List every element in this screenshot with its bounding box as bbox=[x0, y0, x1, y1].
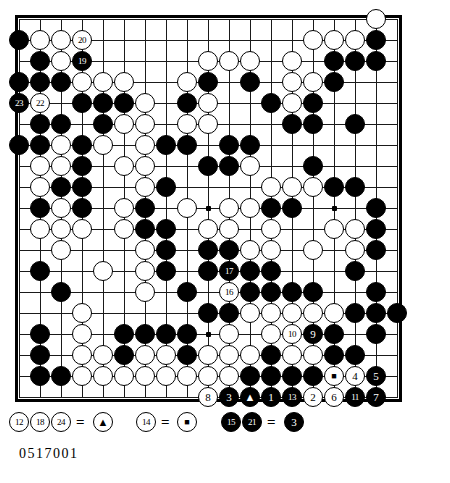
black-stone bbox=[51, 72, 71, 92]
white-stone-10: 10 bbox=[282, 324, 302, 344]
move-number: 17 bbox=[225, 266, 233, 275]
black-stone bbox=[324, 177, 344, 197]
star-point bbox=[206, 332, 211, 337]
black-stone bbox=[240, 72, 260, 92]
grid-hline bbox=[19, 292, 398, 293]
black-stone bbox=[9, 135, 29, 155]
white-stone bbox=[345, 240, 365, 260]
white-stone bbox=[30, 177, 50, 197]
white-stone bbox=[240, 156, 260, 176]
black-stone-11: 11 bbox=[345, 387, 365, 407]
white-stone bbox=[72, 366, 92, 386]
diagram-caption: 0517001 bbox=[19, 446, 79, 462]
black-stone bbox=[156, 261, 176, 281]
black-stone bbox=[324, 345, 344, 365]
black-stone bbox=[30, 366, 50, 386]
black-stone bbox=[303, 156, 323, 176]
black-stone bbox=[240, 282, 260, 302]
white-stone-16: 16 bbox=[219, 282, 239, 302]
move-number: 3 bbox=[226, 391, 232, 402]
white-stone bbox=[261, 303, 281, 323]
black-stone bbox=[261, 345, 281, 365]
white-stone bbox=[51, 135, 71, 155]
black-stone-1: 1 bbox=[261, 387, 281, 407]
white-stone bbox=[240, 240, 260, 260]
white-stone bbox=[282, 72, 302, 92]
triangle-mark: ▲ bbox=[98, 417, 109, 428]
black-stone bbox=[261, 282, 281, 302]
white-stone bbox=[135, 177, 155, 197]
white-stone bbox=[177, 114, 197, 134]
black-stone bbox=[30, 51, 50, 71]
black-stone bbox=[198, 240, 218, 260]
white-stone bbox=[261, 219, 281, 239]
black-stone bbox=[345, 177, 365, 197]
move-number: 15 bbox=[227, 417, 235, 426]
white-stone bbox=[345, 219, 365, 239]
black-stone bbox=[282, 282, 302, 302]
black-stone bbox=[72, 156, 92, 176]
black-stone bbox=[240, 261, 260, 281]
black-stone bbox=[324, 324, 344, 344]
white-stone bbox=[303, 72, 323, 92]
white-stone bbox=[135, 366, 155, 386]
black-stone bbox=[114, 324, 134, 344]
grid-vline bbox=[397, 19, 398, 398]
black-stone bbox=[72, 135, 92, 155]
black-stone bbox=[324, 72, 344, 92]
white-stone bbox=[72, 324, 92, 344]
white-stone bbox=[324, 219, 344, 239]
black-stone bbox=[72, 198, 92, 218]
white-stone bbox=[198, 366, 218, 386]
black-stone bbox=[114, 93, 134, 113]
white-stone bbox=[282, 303, 302, 323]
move-number: 21 bbox=[248, 417, 256, 426]
white-stone bbox=[156, 366, 176, 386]
white-stone bbox=[303, 177, 323, 197]
black-stone bbox=[219, 303, 239, 323]
white-stone bbox=[51, 219, 71, 239]
white-stone bbox=[303, 303, 323, 323]
move-annotations: 121824=▲14=■1521=3 bbox=[0, 412, 450, 434]
white-stone bbox=[177, 72, 197, 92]
black-stone bbox=[51, 282, 71, 302]
black-stone bbox=[30, 198, 50, 218]
move-number: 16 bbox=[225, 287, 233, 296]
black-stone bbox=[156, 135, 176, 155]
black-stone-13: 13 bbox=[282, 387, 302, 407]
white-stone bbox=[114, 198, 134, 218]
black-stone bbox=[135, 324, 155, 344]
black-stone-9: 9 bbox=[303, 324, 323, 344]
black-stone bbox=[261, 93, 281, 113]
white-stone bbox=[303, 240, 323, 260]
move-number: 2 bbox=[310, 391, 316, 402]
black-stone bbox=[324, 51, 344, 71]
white-stone bbox=[135, 345, 155, 365]
black-stone bbox=[219, 135, 239, 155]
white-stone-square-marked: ■ bbox=[177, 412, 197, 432]
move-number: 24 bbox=[57, 417, 65, 426]
white-stone bbox=[177, 366, 197, 386]
move-number: 6 bbox=[331, 391, 337, 402]
white-stone bbox=[114, 114, 134, 134]
white-stone bbox=[72, 219, 92, 239]
white-stone bbox=[198, 219, 218, 239]
black-stone bbox=[261, 261, 281, 281]
white-stone bbox=[219, 219, 239, 239]
black-stone bbox=[303, 282, 323, 302]
black-stone bbox=[366, 30, 386, 50]
move-number: 18 bbox=[36, 417, 44, 426]
white-stone-12: 12 bbox=[9, 412, 29, 432]
star-point bbox=[206, 206, 211, 211]
go-board: 201923221716109■4583▲11326117 bbox=[9, 9, 411, 411]
white-stone bbox=[72, 72, 92, 92]
black-stone bbox=[387, 303, 407, 323]
move-number: 19 bbox=[78, 56, 86, 65]
white-stone bbox=[93, 366, 113, 386]
white-stone-square-marked: ■ bbox=[324, 366, 344, 386]
white-stone bbox=[198, 93, 218, 113]
equals-sign: = bbox=[267, 414, 276, 431]
black-stone bbox=[198, 303, 218, 323]
star-point bbox=[332, 206, 337, 211]
move-number: 10 bbox=[288, 329, 296, 338]
black-stone bbox=[303, 114, 323, 134]
white-stone bbox=[93, 135, 113, 155]
white-stone bbox=[198, 51, 218, 71]
black-stone-3: 3 bbox=[219, 387, 239, 407]
white-stone bbox=[198, 114, 218, 134]
black-stone bbox=[366, 324, 386, 344]
black-stone bbox=[156, 240, 176, 260]
white-stone bbox=[72, 345, 92, 365]
white-stone bbox=[135, 240, 155, 260]
white-stone bbox=[156, 345, 176, 365]
black-stone bbox=[345, 345, 365, 365]
move-number: 9 bbox=[310, 328, 316, 339]
black-stone bbox=[282, 114, 302, 134]
black-stone-triangle-marked: ▲ bbox=[240, 387, 260, 407]
white-stone bbox=[240, 51, 260, 71]
black-stone bbox=[345, 114, 365, 134]
move-number: 8 bbox=[205, 391, 211, 402]
triangle-mark: ▲ bbox=[245, 392, 256, 403]
equals-sign: = bbox=[76, 414, 85, 431]
white-stone-4: 4 bbox=[345, 366, 365, 386]
move-number: 20 bbox=[78, 35, 86, 44]
white-stone bbox=[198, 345, 218, 365]
white-stone bbox=[240, 303, 260, 323]
move-number: 4 bbox=[352, 370, 358, 381]
move-number: 12 bbox=[15, 417, 23, 426]
white-stone bbox=[51, 51, 71, 71]
white-stone bbox=[303, 345, 323, 365]
black-stone bbox=[9, 72, 29, 92]
black-stone bbox=[156, 219, 176, 239]
black-stone bbox=[366, 240, 386, 260]
white-stone bbox=[51, 156, 71, 176]
black-stone bbox=[261, 198, 281, 218]
black-stone bbox=[177, 345, 197, 365]
white-stone-triangle-marked: ▲ bbox=[93, 412, 113, 432]
black-stone bbox=[366, 303, 386, 323]
black-stone bbox=[303, 366, 323, 386]
white-stone bbox=[72, 303, 92, 323]
white-stone bbox=[219, 51, 239, 71]
white-stone bbox=[345, 30, 365, 50]
white-stone-20: 20 bbox=[72, 30, 92, 50]
black-stone bbox=[345, 261, 365, 281]
black-stone bbox=[240, 135, 260, 155]
black-stone-5: 5 bbox=[366, 366, 386, 386]
black-stone bbox=[345, 51, 365, 71]
move-number: 1 bbox=[268, 391, 274, 402]
black-stone bbox=[366, 51, 386, 71]
white-stone bbox=[282, 51, 302, 71]
black-stone bbox=[366, 198, 386, 218]
move-number: 5 bbox=[373, 370, 379, 381]
move-number: 22 bbox=[36, 98, 44, 107]
white-stone bbox=[135, 114, 155, 134]
black-stone bbox=[198, 261, 218, 281]
move-number: 3 bbox=[291, 416, 297, 427]
white-stone-24: 24 bbox=[51, 412, 71, 432]
black-stone bbox=[282, 198, 302, 218]
white-stone bbox=[114, 156, 134, 176]
black-stone bbox=[198, 156, 218, 176]
black-stone bbox=[135, 219, 155, 239]
black-stone bbox=[93, 93, 113, 113]
black-stone-23: 23 bbox=[9, 93, 29, 113]
black-stone bbox=[114, 345, 134, 365]
black-stone bbox=[156, 324, 176, 344]
grid-vline bbox=[355, 19, 356, 398]
move-number: 7 bbox=[373, 391, 379, 402]
black-stone bbox=[177, 282, 197, 302]
white-stone bbox=[135, 93, 155, 113]
white-stone bbox=[135, 135, 155, 155]
white-stone bbox=[282, 345, 302, 365]
white-stone bbox=[261, 324, 281, 344]
white-stone-2: 2 bbox=[303, 387, 323, 407]
black-stone-19: 19 bbox=[72, 51, 92, 71]
black-stone-3: 3 bbox=[284, 412, 304, 432]
black-stone bbox=[261, 366, 281, 386]
white-stone bbox=[51, 30, 71, 50]
white-stone bbox=[261, 240, 281, 260]
white-stone-8: 8 bbox=[198, 387, 218, 407]
black-stone-7: 7 bbox=[366, 387, 386, 407]
black-stone bbox=[177, 324, 197, 344]
white-stone bbox=[93, 72, 113, 92]
white-stone bbox=[177, 198, 197, 218]
black-stone bbox=[51, 177, 71, 197]
black-stone bbox=[177, 135, 197, 155]
move-number: 11 bbox=[351, 392, 359, 401]
black-stone bbox=[366, 282, 386, 302]
move-number: 13 bbox=[288, 392, 296, 401]
square-mark: ■ bbox=[184, 418, 189, 427]
white-stone bbox=[366, 9, 386, 29]
white-stone bbox=[219, 198, 239, 218]
white-stone bbox=[30, 219, 50, 239]
white-stone bbox=[282, 93, 302, 113]
black-stone bbox=[135, 198, 155, 218]
black-stone bbox=[156, 177, 176, 197]
white-stone bbox=[30, 156, 50, 176]
white-stone bbox=[114, 366, 134, 386]
black-stone bbox=[366, 219, 386, 239]
white-stone bbox=[219, 345, 239, 365]
black-stone bbox=[219, 240, 239, 260]
black-stone bbox=[9, 30, 29, 50]
black-stone bbox=[282, 366, 302, 386]
black-stone bbox=[30, 114, 50, 134]
equals-sign: = bbox=[161, 414, 170, 431]
white-stone bbox=[261, 177, 281, 197]
move-number: 23 bbox=[15, 98, 23, 107]
white-stone bbox=[135, 156, 155, 176]
black-stone bbox=[30, 261, 50, 281]
white-stone bbox=[240, 345, 260, 365]
white-stone-14: 14 bbox=[136, 412, 156, 432]
white-stone bbox=[114, 72, 134, 92]
white-stone bbox=[324, 30, 344, 50]
black-stone bbox=[303, 93, 323, 113]
move-number: 14 bbox=[142, 417, 150, 426]
white-stone bbox=[324, 303, 344, 323]
black-stone bbox=[72, 93, 92, 113]
white-stone-6: 6 bbox=[324, 387, 344, 407]
black-stone bbox=[240, 366, 260, 386]
black-stone bbox=[198, 72, 218, 92]
black-stone-15: 15 bbox=[221, 412, 241, 432]
black-stone bbox=[51, 366, 71, 386]
black-stone bbox=[345, 303, 365, 323]
black-stone bbox=[30, 72, 50, 92]
black-stone bbox=[93, 114, 113, 134]
black-stone bbox=[177, 93, 197, 113]
black-stone bbox=[30, 324, 50, 344]
white-stone bbox=[30, 30, 50, 50]
white-stone bbox=[51, 240, 71, 260]
white-stone bbox=[51, 198, 71, 218]
white-stone bbox=[219, 324, 239, 344]
white-stone-22: 22 bbox=[30, 93, 50, 113]
black-stone bbox=[30, 345, 50, 365]
black-stone bbox=[72, 177, 92, 197]
white-stone bbox=[135, 261, 155, 281]
black-stone-17: 17 bbox=[219, 261, 239, 281]
black-stone bbox=[30, 135, 50, 155]
white-stone bbox=[303, 30, 323, 50]
black-stone-21: 21 bbox=[242, 412, 262, 432]
white-stone bbox=[93, 345, 113, 365]
white-stone bbox=[240, 198, 260, 218]
square-mark: ■ bbox=[331, 372, 336, 381]
go-diagram-page: 201923221716109■4583▲11326117 121824=▲14… bbox=[0, 0, 450, 483]
white-stone-18: 18 bbox=[30, 412, 50, 432]
white-stone bbox=[282, 177, 302, 197]
white-stone bbox=[135, 282, 155, 302]
white-stone bbox=[219, 366, 239, 386]
white-stone bbox=[114, 219, 134, 239]
black-stone bbox=[51, 114, 71, 134]
black-stone bbox=[219, 156, 239, 176]
white-stone bbox=[93, 261, 113, 281]
